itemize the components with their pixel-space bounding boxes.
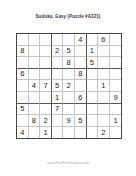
cell-r5c2: 4 <box>29 80 41 92</box>
cell-r4c6: 8 <box>75 69 87 81</box>
cell-r9c9 <box>110 127 122 139</box>
cell-r3c2 <box>29 57 41 69</box>
cell-r5c5: 2 <box>63 80 75 92</box>
cell-r5c1 <box>17 80 29 92</box>
cell-r3c4 <box>52 57 64 69</box>
cell-r6c9: 9 <box>110 92 122 104</box>
cell-r2c3 <box>40 46 52 58</box>
cell-r9c7 <box>87 127 99 139</box>
cell-r4c7 <box>87 69 99 81</box>
cell-r5c3: 7 <box>40 80 52 92</box>
cell-r1c9 <box>110 34 122 46</box>
cell-r6c5 <box>63 92 75 104</box>
cell-r6c2 <box>29 92 41 104</box>
cell-r1c3 <box>40 34 52 46</box>
cell-r8c5: 9 <box>63 115 75 127</box>
cell-r2c5: 5 <box>63 46 75 58</box>
footer-url: www.PrintFreeSudoku.com <box>0 161 136 165</box>
cell-r2c2 <box>29 46 41 58</box>
cell-r1c2 <box>29 34 41 46</box>
cell-r7c8 <box>98 104 110 116</box>
cell-r8c7 <box>87 115 99 127</box>
cell-r4c2 <box>29 69 41 81</box>
cell-r5c4: 5 <box>52 80 64 92</box>
cell-r8c4 <box>52 115 64 127</box>
cell-r6c8 <box>98 92 110 104</box>
cell-r6c7 <box>87 92 99 104</box>
cell-r3c9 <box>110 57 122 69</box>
cell-r1c8: 6 <box>98 34 110 46</box>
sudoku-grid: 4682518568475211695782951412 <box>16 33 122 139</box>
cell-r9c8: 2 <box>98 127 110 139</box>
cell-r2c9 <box>110 46 122 58</box>
cell-r3c5: 8 <box>63 57 75 69</box>
cell-r7c4: 7 <box>52 104 64 116</box>
cell-r7c5 <box>63 104 75 116</box>
cell-r2c7: 1 <box>87 46 99 58</box>
cell-r2c6 <box>75 46 87 58</box>
cell-r6c6: 6 <box>75 92 87 104</box>
cell-r6c3 <box>40 92 52 104</box>
cell-r3c6 <box>75 57 87 69</box>
cell-r5c6 <box>75 80 87 92</box>
cell-r5c8: 1 <box>98 80 110 92</box>
cell-r4c4 <box>52 69 64 81</box>
cell-r4c9 <box>110 69 122 81</box>
cell-r1c1 <box>17 34 29 46</box>
cell-r7c2 <box>29 104 41 116</box>
cell-r4c5 <box>63 69 75 81</box>
sudoku-page: Sudoku, Easy (Puzzle #A321) 468251856847… <box>0 0 136 176</box>
cell-r9c3: 1 <box>40 127 52 139</box>
cell-r8c1 <box>17 115 29 127</box>
cell-r6c1 <box>17 92 29 104</box>
cell-r8c2: 8 <box>29 115 41 127</box>
cell-r7c3 <box>40 104 52 116</box>
cell-r4c1: 6 <box>17 69 29 81</box>
cell-r7c1: 5 <box>17 104 29 116</box>
cell-r6c4: 1 <box>52 92 64 104</box>
cell-r1c7 <box>87 34 99 46</box>
cell-r8c9: 1 <box>110 115 122 127</box>
cell-r3c8 <box>98 57 110 69</box>
cell-r9c5 <box>63 127 75 139</box>
cell-r1c4 <box>52 34 64 46</box>
cell-r9c1: 4 <box>17 127 29 139</box>
cell-r2c1: 8 <box>17 46 29 58</box>
cell-r9c2 <box>29 127 41 139</box>
cell-r3c1 <box>17 57 29 69</box>
cell-r2c4: 2 <box>52 46 64 58</box>
cell-r9c6 <box>75 127 87 139</box>
cell-r8c8 <box>98 115 110 127</box>
cell-r1c5 <box>63 34 75 46</box>
cell-r4c3 <box>40 69 52 81</box>
cell-r5c7 <box>87 80 99 92</box>
cell-r2c8 <box>98 46 110 58</box>
cell-r9c4 <box>52 127 64 139</box>
cell-r7c9 <box>110 104 122 116</box>
cell-r3c3 <box>40 57 52 69</box>
cell-r5c9 <box>110 80 122 92</box>
cell-r7c7 <box>87 104 99 116</box>
cell-r8c6: 5 <box>75 115 87 127</box>
cell-r7c6 <box>75 104 87 116</box>
cell-r4c8 <box>98 69 110 81</box>
cell-r3c7: 5 <box>87 57 99 69</box>
cell-r8c3: 2 <box>40 115 52 127</box>
cell-r1c6: 4 <box>75 34 87 46</box>
page-title: Sudoku, Easy (Puzzle #A321) <box>0 14 136 19</box>
